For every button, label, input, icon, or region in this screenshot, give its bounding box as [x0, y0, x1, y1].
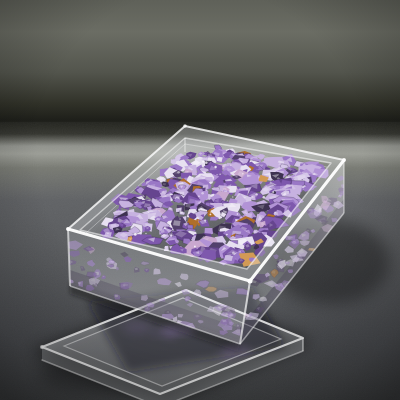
product-photo	[0, 0, 400, 400]
photo-canvas	[0, 0, 400, 400]
vignette	[0, 0, 400, 400]
